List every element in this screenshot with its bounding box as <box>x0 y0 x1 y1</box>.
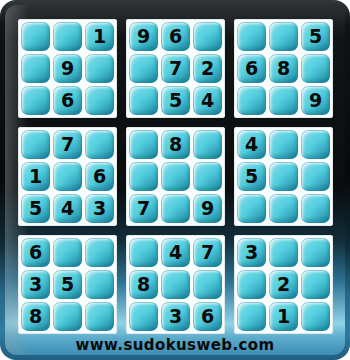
cell-r8c5[interactable] <box>161 270 190 299</box>
cell-r4c5[interactable]: 8 <box>161 130 190 159</box>
cell-r3c3[interactable] <box>85 86 114 115</box>
cell-r1c9[interactable]: 5 <box>301 22 330 51</box>
cell-r1c4[interactable]: 9 <box>129 22 158 51</box>
cell-r3c8[interactable] <box>269 86 298 115</box>
cell-r5c4[interactable] <box>129 162 158 191</box>
cell-r2c7[interactable]: 6 <box>237 54 266 83</box>
cell-r4c9[interactable] <box>301 130 330 159</box>
cell-r3c7[interactable] <box>237 86 266 115</box>
cell-r5c6[interactable] <box>193 162 222 191</box>
cell-r6c2[interactable]: 4 <box>53 194 82 223</box>
cell-r6c7[interactable] <box>237 194 266 223</box>
box-r3-c1: 6358 <box>18 235 117 334</box>
cell-r4c2[interactable]: 7 <box>53 130 82 159</box>
cell-r4c6[interactable] <box>193 130 222 159</box>
cell-r1c2[interactable] <box>53 22 82 51</box>
cell-r9c7[interactable] <box>237 302 266 331</box>
box-r2-c2: 879 <box>126 127 225 226</box>
board-background: 196967254568971654387945635847836321 www… <box>5 5 345 355</box>
cell-r5c8[interactable] <box>269 162 298 191</box>
cell-r9c5[interactable]: 3 <box>161 302 190 331</box>
cell-r1c5[interactable]: 6 <box>161 22 190 51</box>
cell-r5c3[interactable]: 6 <box>85 162 114 191</box>
box-r3-c3: 321 <box>234 235 333 334</box>
cell-r5c2[interactable] <box>53 162 82 191</box>
cell-r7c8[interactable] <box>269 238 298 267</box>
cell-r7c3[interactable] <box>85 238 114 267</box>
cell-r7c6[interactable]: 7 <box>193 238 222 267</box>
website-url-label: www.sudokusweb.com <box>5 336 345 354</box>
cell-r6c1[interactable]: 5 <box>21 194 50 223</box>
cell-r5c7[interactable]: 5 <box>237 162 266 191</box>
cell-r7c1[interactable]: 6 <box>21 238 50 267</box>
cell-r3c2[interactable]: 6 <box>53 86 82 115</box>
cell-r2c8[interactable]: 8 <box>269 54 298 83</box>
cell-r8c3[interactable] <box>85 270 114 299</box>
cell-r3c9[interactable]: 9 <box>301 86 330 115</box>
cell-r4c8[interactable] <box>269 130 298 159</box>
cell-r6c3[interactable]: 3 <box>85 194 114 223</box>
cell-r2c5[interactable]: 7 <box>161 54 190 83</box>
cell-r2c4[interactable] <box>129 54 158 83</box>
box-r1-c3: 5689 <box>234 19 333 118</box>
box-r1-c1: 196 <box>18 19 117 118</box>
cell-r3c6[interactable]: 4 <box>193 86 222 115</box>
cell-r1c7[interactable] <box>237 22 266 51</box>
sudoku-board: 196967254568971654387945635847836321 <box>18 19 333 334</box>
sudoku-app-frame: 196967254568971654387945635847836321 www… <box>0 0 350 360</box>
cell-r1c3[interactable]: 1 <box>85 22 114 51</box>
cell-r1c1[interactable] <box>21 22 50 51</box>
cell-r5c9[interactable] <box>301 162 330 191</box>
cell-r9c3[interactable] <box>85 302 114 331</box>
box-r1-c2: 967254 <box>126 19 225 118</box>
cell-r2c6[interactable]: 2 <box>193 54 222 83</box>
cell-r4c1[interactable] <box>21 130 50 159</box>
box-r3-c2: 47836 <box>126 235 225 334</box>
cell-r4c4[interactable] <box>129 130 158 159</box>
cell-r8c2[interactable]: 5 <box>53 270 82 299</box>
cell-r5c5[interactable] <box>161 162 190 191</box>
cell-r7c5[interactable]: 4 <box>161 238 190 267</box>
cell-r8c4[interactable]: 8 <box>129 270 158 299</box>
cell-r7c7[interactable]: 3 <box>237 238 266 267</box>
cell-r9c9[interactable] <box>301 302 330 331</box>
cell-r4c3[interactable] <box>85 130 114 159</box>
box-r2-c3: 45 <box>234 127 333 226</box>
cell-r6c4[interactable]: 7 <box>129 194 158 223</box>
cell-r8c7[interactable] <box>237 270 266 299</box>
cell-r9c1[interactable]: 8 <box>21 302 50 331</box>
cell-r3c4[interactable] <box>129 86 158 115</box>
cell-r9c8[interactable]: 1 <box>269 302 298 331</box>
cell-r7c2[interactable] <box>53 238 82 267</box>
cell-r2c1[interactable] <box>21 54 50 83</box>
cell-r8c9[interactable] <box>301 270 330 299</box>
cell-r4c7[interactable]: 4 <box>237 130 266 159</box>
cell-r7c9[interactable] <box>301 238 330 267</box>
cell-r1c8[interactable] <box>269 22 298 51</box>
cell-r2c2[interactable]: 9 <box>53 54 82 83</box>
cell-r9c6[interactable]: 6 <box>193 302 222 331</box>
cell-r8c1[interactable]: 3 <box>21 270 50 299</box>
cell-r9c2[interactable] <box>53 302 82 331</box>
cell-r1c6[interactable] <box>193 22 222 51</box>
cell-r5c1[interactable]: 1 <box>21 162 50 191</box>
cell-r3c1[interactable] <box>21 86 50 115</box>
cell-r3c5[interactable]: 5 <box>161 86 190 115</box>
cell-r2c3[interactable] <box>85 54 114 83</box>
cell-r8c6[interactable] <box>193 270 222 299</box>
cell-r7c4[interactable] <box>129 238 158 267</box>
cell-r6c8[interactable] <box>269 194 298 223</box>
cell-r6c9[interactable] <box>301 194 330 223</box>
cell-r9c4[interactable] <box>129 302 158 331</box>
box-r2-c1: 716543 <box>18 127 117 226</box>
cell-r8c8[interactable]: 2 <box>269 270 298 299</box>
cell-r6c5[interactable] <box>161 194 190 223</box>
cell-r6c6[interactable]: 9 <box>193 194 222 223</box>
cell-r2c9[interactable] <box>301 54 330 83</box>
